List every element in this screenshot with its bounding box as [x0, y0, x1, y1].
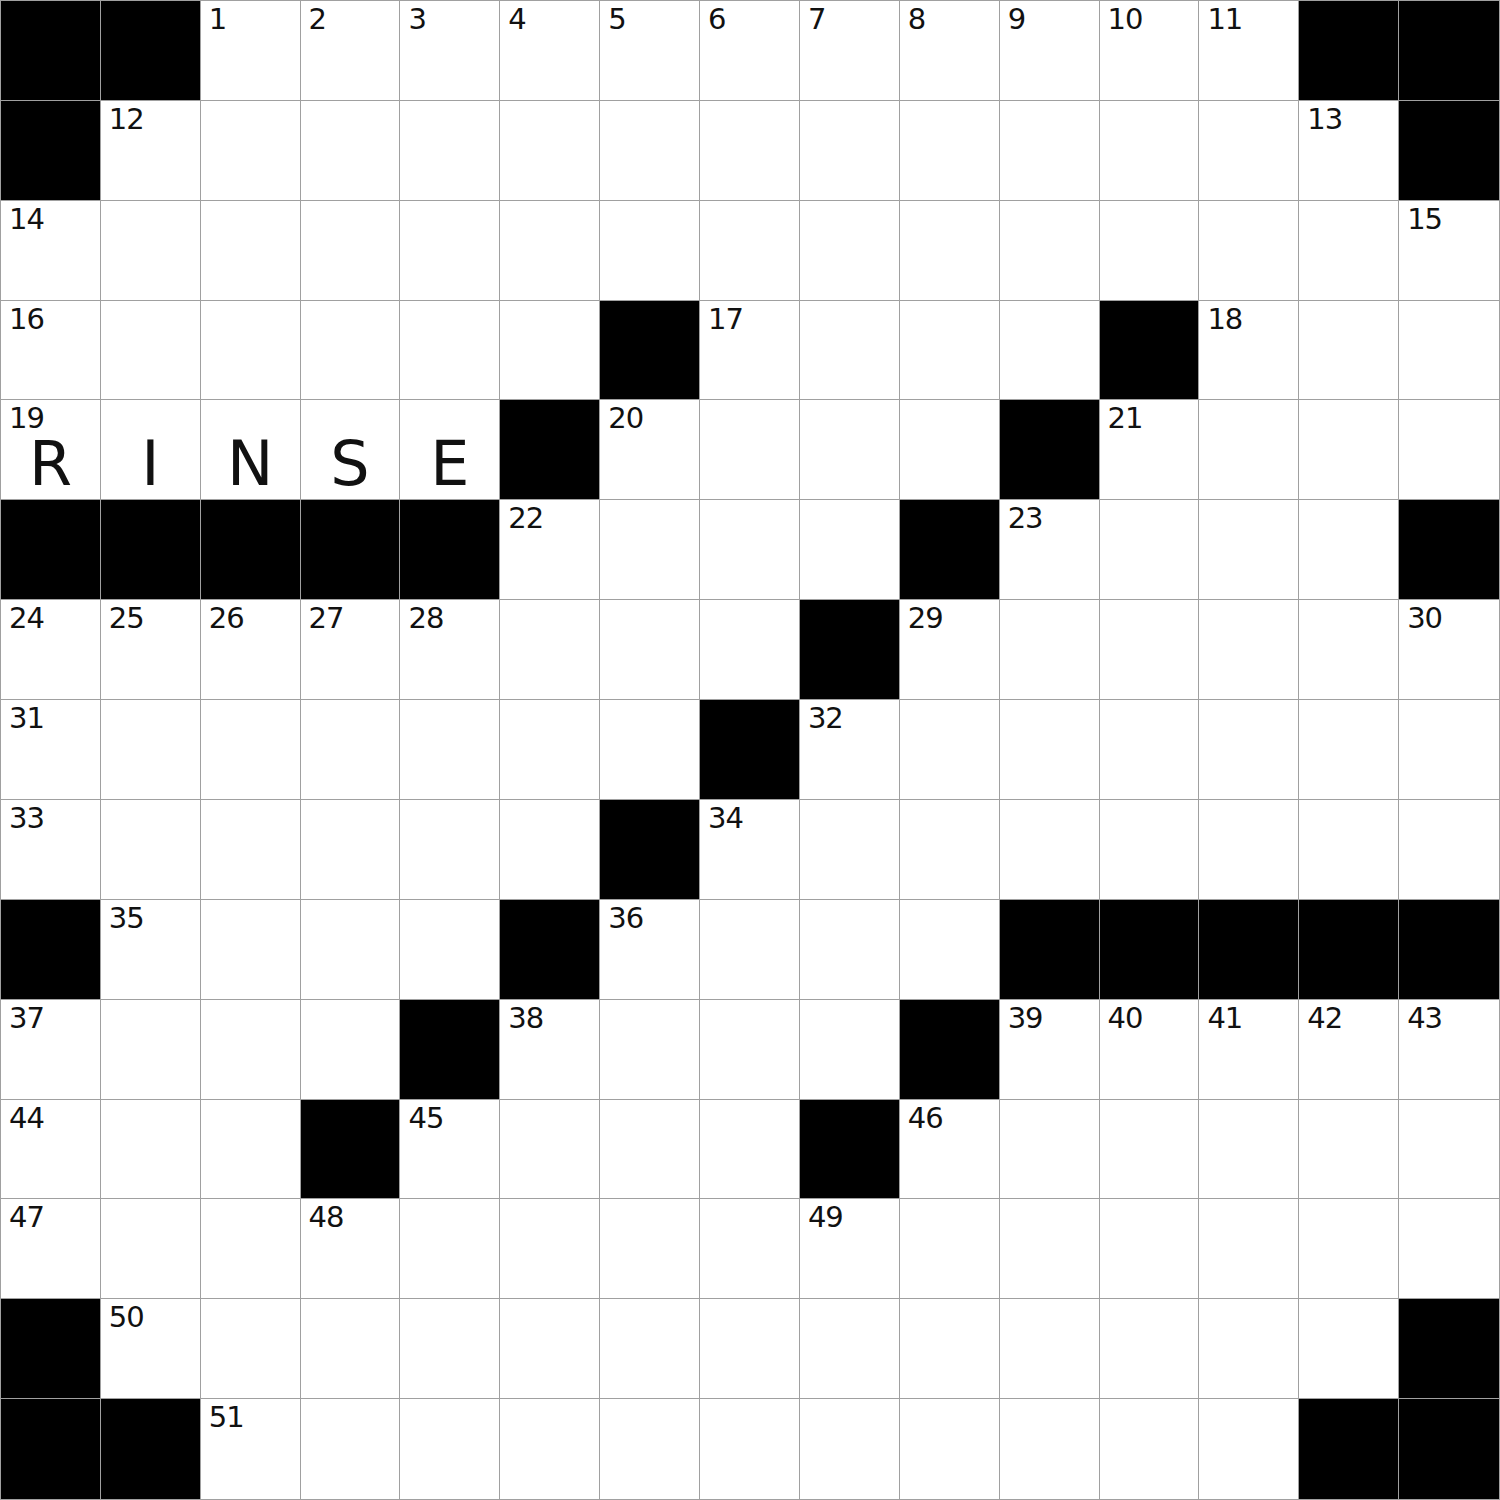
- cell-r3c6[interactable]: [500, 201, 600, 301]
- cell-r4c9[interactable]: [800, 301, 900, 401]
- cell-r5c9[interactable]: [800, 400, 900, 500]
- clue-number-48: 48: [309, 1203, 344, 1232]
- cell-r9c15[interactable]: [1399, 800, 1499, 900]
- clue-number-14: 14: [9, 205, 44, 234]
- cell-r7c14[interactable]: [1299, 600, 1399, 700]
- cell-r13c13[interactable]: [1199, 1199, 1299, 1299]
- cell-r2c9[interactable]: [800, 101, 900, 201]
- block-cell-r15c15: [1399, 1399, 1499, 1499]
- cell-r7c15[interactable]: 30: [1399, 600, 1499, 700]
- cell-r8c2[interactable]: [101, 700, 201, 800]
- cell-r14c7[interactable]: [600, 1299, 700, 1399]
- cell-r15c8[interactable]: [700, 1399, 800, 1499]
- clue-number-8: 8: [908, 5, 925, 34]
- cell-r4c10[interactable]: [900, 301, 1000, 401]
- cell-r8c10[interactable]: [900, 700, 1000, 800]
- clue-number-18: 18: [1207, 305, 1242, 334]
- cell-r7c8[interactable]: [700, 600, 800, 700]
- clue-number-49: 49: [808, 1203, 843, 1232]
- crossword-board: 12345678910111213141516171819RINSE202122…: [0, 0, 1500, 1500]
- clue-number-30: 30: [1407, 604, 1442, 633]
- cell-r3c13[interactable]: [1199, 201, 1299, 301]
- cell-r6c14[interactable]: [1299, 500, 1399, 600]
- clue-number-26: 26: [209, 604, 244, 633]
- block-cell-r6c3: [201, 500, 301, 600]
- cell-r9c2[interactable]: [101, 800, 201, 900]
- block-cell-r5c11: [1000, 400, 1100, 500]
- block-cell-r7c9: [800, 600, 900, 700]
- cell-r15c13[interactable]: [1199, 1399, 1299, 1499]
- clue-number-27: 27: [309, 604, 344, 633]
- block-cell-r15c1: [1, 1399, 101, 1499]
- cell-r14c9[interactable]: [800, 1299, 900, 1399]
- cell-r10c5[interactable]: [400, 900, 500, 1000]
- clue-number-41: 41: [1207, 1004, 1242, 1033]
- cell-r5c13[interactable]: [1199, 400, 1299, 500]
- cell-r6c8[interactable]: [700, 500, 800, 600]
- block-cell-r15c14: [1299, 1399, 1399, 1499]
- cell-r1c13[interactable]: 11: [1199, 1, 1299, 101]
- cell-r6c13[interactable]: [1199, 500, 1299, 600]
- cell-r7c1[interactable]: 24: [1, 600, 101, 700]
- cell-r11c2[interactable]: [101, 1000, 201, 1100]
- cell-r9c9[interactable]: [800, 800, 900, 900]
- cell-r4c6[interactable]: [500, 301, 600, 401]
- clue-number-40: 40: [1108, 1004, 1143, 1033]
- clue-number-44: 44: [9, 1104, 44, 1133]
- cell-r8c7[interactable]: [600, 700, 700, 800]
- cell-r11c1[interactable]: 37: [1, 1000, 101, 1100]
- block-cell-r4c7: [600, 301, 700, 401]
- block-cell-r10c14: [1299, 900, 1399, 1000]
- cell-r2c12[interactable]: [1100, 101, 1200, 201]
- block-cell-r1c15: [1399, 1, 1499, 101]
- cell-r5c3[interactable]: N: [201, 400, 301, 500]
- block-cell-r10c13: [1199, 900, 1299, 1000]
- cell-r12c11[interactable]: [1000, 1100, 1100, 1200]
- cell-r11c11[interactable]: 39: [1000, 1000, 1100, 1100]
- cell-r14c6[interactable]: [500, 1299, 600, 1399]
- clue-number-29: 29: [908, 604, 943, 633]
- cell-r8c11[interactable]: [1000, 700, 1100, 800]
- cell-r8c13[interactable]: [1199, 700, 1299, 800]
- crossword-page: 12345678910111213141516171819RINSE202122…: [0, 0, 1500, 1500]
- cell-r11c8[interactable]: [700, 1000, 800, 1100]
- cell-r8c9[interactable]: 32: [800, 700, 900, 800]
- cell-r9c12[interactable]: [1100, 800, 1200, 900]
- cell-r1c10[interactable]: 8: [900, 1, 1000, 101]
- cell-r15c9[interactable]: [800, 1399, 900, 1499]
- clue-number-4: 4: [508, 5, 525, 34]
- cell-r1c4[interactable]: 2: [301, 1, 401, 101]
- cell-r15c4[interactable]: [301, 1399, 401, 1499]
- cell-r12c14[interactable]: [1299, 1100, 1399, 1200]
- clue-number-45: 45: [408, 1104, 443, 1133]
- clue-number-37: 37: [9, 1004, 44, 1033]
- cell-r2c6[interactable]: [500, 101, 600, 201]
- cell-r11c7[interactable]: [600, 1000, 700, 1100]
- cell-r1c3[interactable]: 1: [201, 1, 301, 101]
- clue-number-28: 28: [408, 604, 443, 633]
- cell-r11c12[interactable]: 40: [1100, 1000, 1200, 1100]
- cell-r13c5[interactable]: [400, 1199, 500, 1299]
- block-cell-r11c10: [900, 1000, 1000, 1100]
- cell-r11c3[interactable]: [201, 1000, 301, 1100]
- cell-r13c9[interactable]: 49: [800, 1199, 900, 1299]
- cell-r6c9[interactable]: [800, 500, 900, 600]
- cell-r7c11[interactable]: [1000, 600, 1100, 700]
- cell-r2c14[interactable]: 13: [1299, 101, 1399, 201]
- clue-number-39: 39: [1008, 1004, 1043, 1033]
- block-cell-r12c4: [301, 1100, 401, 1200]
- cell-letter: N: [201, 433, 300, 495]
- cell-r7c4[interactable]: 27: [301, 600, 401, 700]
- cell-r3c8[interactable]: [700, 201, 800, 301]
- cell-letter: E: [400, 433, 499, 495]
- cell-r5c1[interactable]: 19R: [1, 400, 101, 500]
- cell-r5c15[interactable]: [1399, 400, 1499, 500]
- cell-r15c10[interactable]: [900, 1399, 1000, 1499]
- cell-r12c7[interactable]: [600, 1100, 700, 1200]
- clue-number-51: 51: [209, 1403, 244, 1432]
- cell-r14c13[interactable]: [1199, 1299, 1299, 1399]
- clue-number-10: 10: [1108, 5, 1143, 34]
- cell-r11c9[interactable]: [800, 1000, 900, 1100]
- block-cell-r1c1: [1, 1, 101, 101]
- block-cell-r14c1: [1, 1299, 101, 1399]
- block-cell-r8c8: [700, 700, 800, 800]
- cell-r14c4[interactable]: [301, 1299, 401, 1399]
- cell-r13c14[interactable]: [1299, 1199, 1399, 1299]
- cell-letter: I: [101, 433, 200, 495]
- cell-r2c10[interactable]: [900, 101, 1000, 201]
- cell-r9c4[interactable]: [301, 800, 401, 900]
- cell-r2c11[interactable]: [1000, 101, 1100, 201]
- block-cell-r11c5: [400, 1000, 500, 1100]
- cell-r2c8[interactable]: [700, 101, 800, 201]
- cell-r4c2[interactable]: [101, 301, 201, 401]
- block-cell-r10c11: [1000, 900, 1100, 1000]
- cell-r4c8[interactable]: 17: [700, 301, 800, 401]
- block-cell-r15c2: [101, 1399, 201, 1499]
- cell-r1c8[interactable]: 6: [700, 1, 800, 101]
- cell-r14c8[interactable]: [700, 1299, 800, 1399]
- cell-r8c5[interactable]: [400, 700, 500, 800]
- cell-r3c2[interactable]: [101, 201, 201, 301]
- cell-r4c3[interactable]: [201, 301, 301, 401]
- clue-number-36: 36: [608, 904, 643, 933]
- cell-r3c4[interactable]: [301, 201, 401, 301]
- clue-number-16: 16: [9, 305, 44, 334]
- block-cell-r6c4: [301, 500, 401, 600]
- block-cell-r6c2: [101, 500, 201, 600]
- cell-r5c7[interactable]: 20: [600, 400, 700, 500]
- clue-number-5: 5: [608, 5, 625, 34]
- cell-r5c10[interactable]: [900, 400, 1000, 500]
- block-cell-r10c6: [500, 900, 600, 1000]
- block-cell-r1c2: [101, 1, 201, 101]
- cell-r7c5[interactable]: 28: [400, 600, 500, 700]
- cell-r12c3[interactable]: [201, 1100, 301, 1200]
- cell-r7c6[interactable]: [500, 600, 600, 700]
- cell-r13c8[interactable]: [700, 1199, 800, 1299]
- clue-number-42: 42: [1307, 1004, 1342, 1033]
- block-cell-r6c10: [900, 500, 1000, 600]
- cell-r1c9[interactable]: 7: [800, 1, 900, 101]
- cell-r8c1[interactable]: 31: [1, 700, 101, 800]
- block-cell-r14c15: [1399, 1299, 1499, 1399]
- cell-r2c2[interactable]: 12: [101, 101, 201, 201]
- clue-number-47: 47: [9, 1203, 44, 1232]
- cell-r4c15[interactable]: [1399, 301, 1499, 401]
- cell-r9c14[interactable]: [1299, 800, 1399, 900]
- clue-number-17: 17: [708, 305, 743, 334]
- clue-number-33: 33: [9, 804, 44, 833]
- cell-r12c1[interactable]: 44: [1, 1100, 101, 1200]
- cell-r3c5[interactable]: [400, 201, 500, 301]
- cell-r1c12[interactable]: 10: [1100, 1, 1200, 101]
- cell-r4c1[interactable]: 16: [1, 301, 101, 401]
- cell-r6c6[interactable]: 22: [500, 500, 600, 600]
- cell-r14c12[interactable]: [1100, 1299, 1200, 1399]
- cell-r14c5[interactable]: [400, 1299, 500, 1399]
- cell-r15c7[interactable]: [600, 1399, 700, 1499]
- cell-r4c5[interactable]: [400, 301, 500, 401]
- block-cell-r12c9: [800, 1100, 900, 1200]
- cell-r13c1[interactable]: 47: [1, 1199, 101, 1299]
- cell-r12c2[interactable]: [101, 1100, 201, 1200]
- clue-number-15: 15: [1407, 205, 1442, 234]
- cell-r13c15[interactable]: [1399, 1199, 1499, 1299]
- cell-r4c14[interactable]: [1299, 301, 1399, 401]
- cell-r2c3[interactable]: [201, 101, 301, 201]
- cell-r15c5[interactable]: [400, 1399, 500, 1499]
- cell-r5c8[interactable]: [700, 400, 800, 500]
- cell-r11c15[interactable]: 43: [1399, 1000, 1499, 1100]
- cell-r7c13[interactable]: [1199, 600, 1299, 700]
- cell-r2c5[interactable]: [400, 101, 500, 201]
- block-cell-r6c5: [400, 500, 500, 600]
- cell-r8c12[interactable]: [1100, 700, 1200, 800]
- cell-r1c11[interactable]: 9: [1000, 1, 1100, 101]
- cell-r13c4[interactable]: 48: [301, 1199, 401, 1299]
- cell-r8c14[interactable]: [1299, 700, 1399, 800]
- clue-number-43: 43: [1407, 1004, 1442, 1033]
- clue-number-6: 6: [708, 5, 725, 34]
- block-cell-r9c7: [600, 800, 700, 900]
- cell-r3c11[interactable]: [1000, 201, 1100, 301]
- cell-r1c6[interactable]: 4: [500, 1, 600, 101]
- cell-r3c10[interactable]: [900, 201, 1000, 301]
- cell-r8c15[interactable]: [1399, 700, 1499, 800]
- clue-number-22: 22: [508, 504, 543, 533]
- cell-r13c6[interactable]: [500, 1199, 600, 1299]
- clue-number-21: 21: [1108, 404, 1143, 433]
- cell-r3c15[interactable]: 15: [1399, 201, 1499, 301]
- clue-number-46: 46: [908, 1104, 943, 1133]
- cell-r6c11[interactable]: 23: [1000, 500, 1100, 600]
- clue-number-32: 32: [808, 704, 843, 733]
- block-cell-r10c12: [1100, 900, 1200, 1000]
- cell-r9c13[interactable]: [1199, 800, 1299, 900]
- block-cell-r10c1: [1, 900, 101, 1000]
- cell-r12c15[interactable]: [1399, 1100, 1499, 1200]
- cell-r3c7[interactable]: [600, 201, 700, 301]
- cell-r5c2[interactable]: I: [101, 400, 201, 500]
- cell-r14c3[interactable]: [201, 1299, 301, 1399]
- cell-r13c10[interactable]: [900, 1199, 1000, 1299]
- cell-r5c12[interactable]: 21: [1100, 400, 1200, 500]
- cell-r7c7[interactable]: [600, 600, 700, 700]
- cell-r8c3[interactable]: [201, 700, 301, 800]
- cell-r7c3[interactable]: 26: [201, 600, 301, 700]
- cell-r11c14[interactable]: 42: [1299, 1000, 1399, 1100]
- cell-r13c12[interactable]: [1100, 1199, 1200, 1299]
- cell-r3c9[interactable]: [800, 201, 900, 301]
- cell-r10c9[interactable]: [800, 900, 900, 1000]
- clue-number-12: 12: [109, 105, 144, 134]
- cell-r4c11[interactable]: [1000, 301, 1100, 401]
- cell-r14c10[interactable]: [900, 1299, 1000, 1399]
- cell-r1c7[interactable]: 5: [600, 1, 700, 101]
- clue-number-23: 23: [1008, 504, 1043, 533]
- cell-r13c11[interactable]: [1000, 1199, 1100, 1299]
- clue-number-25: 25: [109, 604, 144, 633]
- cell-r6c12[interactable]: [1100, 500, 1200, 600]
- cell-r12c12[interactable]: [1100, 1100, 1200, 1200]
- cell-r13c3[interactable]: [201, 1199, 301, 1299]
- cell-r10c7[interactable]: 36: [600, 900, 700, 1000]
- cell-r9c11[interactable]: [1000, 800, 1100, 900]
- cell-r12c6[interactable]: [500, 1100, 600, 1200]
- cell-r15c3[interactable]: 51: [201, 1399, 301, 1499]
- clue-number-24: 24: [9, 604, 44, 633]
- cell-r15c6[interactable]: [500, 1399, 600, 1499]
- clue-number-31: 31: [9, 704, 44, 733]
- cell-r14c14[interactable]: [1299, 1299, 1399, 1399]
- cell-r7c10[interactable]: 29: [900, 600, 1000, 700]
- cell-r7c12[interactable]: [1100, 600, 1200, 700]
- cell-r14c2[interactable]: 50: [101, 1299, 201, 1399]
- cell-r12c8[interactable]: [700, 1100, 800, 1200]
- cell-r9c5[interactable]: [400, 800, 500, 900]
- block-cell-r1c14: [1299, 1, 1399, 101]
- cell-letter: R: [1, 433, 100, 495]
- cell-r5c14[interactable]: [1299, 400, 1399, 500]
- cell-r5c5[interactable]: E: [400, 400, 500, 500]
- cell-r9c8[interactable]: 34: [700, 800, 800, 900]
- cell-r6c7[interactable]: [600, 500, 700, 600]
- cell-r7c2[interactable]: 25: [101, 600, 201, 700]
- cell-r10c4[interactable]: [301, 900, 401, 1000]
- cell-r12c5[interactable]: 45: [400, 1100, 500, 1200]
- cell-r11c4[interactable]: [301, 1000, 401, 1100]
- cell-r8c4[interactable]: [301, 700, 401, 800]
- block-cell-r4c12: [1100, 301, 1200, 401]
- cell-r2c7[interactable]: [600, 101, 700, 201]
- clue-number-35: 35: [109, 904, 144, 933]
- clue-number-3: 3: [408, 5, 425, 34]
- cell-r10c2[interactable]: 35: [101, 900, 201, 1000]
- clue-number-13: 13: [1307, 105, 1342, 134]
- cell-letter: S: [301, 433, 400, 495]
- cell-r12c13[interactable]: [1199, 1100, 1299, 1200]
- cell-r3c12[interactable]: [1100, 201, 1200, 301]
- cell-r1c5[interactable]: 3: [400, 1, 500, 101]
- clue-number-2: 2: [309, 5, 326, 34]
- cell-r13c2[interactable]: [101, 1199, 201, 1299]
- cell-r3c14[interactable]: [1299, 201, 1399, 301]
- cell-r13c7[interactable]: [600, 1199, 700, 1299]
- cell-r15c11[interactable]: [1000, 1399, 1100, 1499]
- clue-number-38: 38: [508, 1004, 543, 1033]
- clue-number-11: 11: [1207, 5, 1242, 34]
- cell-r10c10[interactable]: [900, 900, 1000, 1000]
- clue-number-7: 7: [808, 5, 825, 34]
- block-cell-r6c1: [1, 500, 101, 600]
- cell-r9c3[interactable]: [201, 800, 301, 900]
- cell-r5c4[interactable]: S: [301, 400, 401, 500]
- cell-r9c1[interactable]: 33: [1, 800, 101, 900]
- clue-number-1: 1: [209, 5, 226, 34]
- cell-r4c4[interactable]: [301, 301, 401, 401]
- cell-r2c13[interactable]: [1199, 101, 1299, 201]
- block-cell-r6c15: [1399, 500, 1499, 600]
- cell-r2c4[interactable]: [301, 101, 401, 201]
- clue-number-9: 9: [1008, 5, 1025, 34]
- cell-r3c3[interactable]: [201, 201, 301, 301]
- cell-r11c6[interactable]: 38: [500, 1000, 600, 1100]
- block-cell-r2c1: [1, 101, 101, 201]
- block-cell-r10c15: [1399, 900, 1499, 1000]
- cell-r3c1[interactable]: 14: [1, 201, 101, 301]
- clue-number-34: 34: [708, 804, 743, 833]
- block-cell-r5c6: [500, 400, 600, 500]
- cell-r9c10[interactable]: [900, 800, 1000, 900]
- cell-r4c13[interactable]: 18: [1199, 301, 1299, 401]
- clue-number-50: 50: [109, 1303, 144, 1332]
- cell-r11c13[interactable]: 41: [1199, 1000, 1299, 1100]
- cell-r10c8[interactable]: [700, 900, 800, 1000]
- cell-r9c6[interactable]: [500, 800, 600, 900]
- cell-r8c6[interactable]: [500, 700, 600, 800]
- cell-r12c10[interactable]: 46: [900, 1100, 1000, 1200]
- block-cell-r2c15: [1399, 101, 1499, 201]
- cell-r15c12[interactable]: [1100, 1399, 1200, 1499]
- clue-number-20: 20: [608, 404, 643, 433]
- cell-r14c11[interactable]: [1000, 1299, 1100, 1399]
- cell-r10c3[interactable]: [201, 900, 301, 1000]
